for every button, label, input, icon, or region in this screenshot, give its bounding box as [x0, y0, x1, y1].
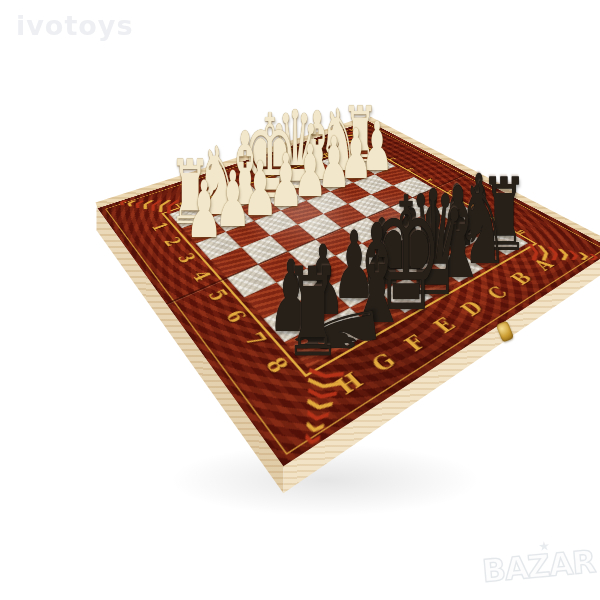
watermark-bazar: ★ BAZAR	[481, 543, 597, 589]
star-icon: ★	[538, 538, 550, 554]
watermark-ivotoys: ivotoys	[16, 10, 134, 41]
product-photo: 12345678 ABCDEFGH ABCDEFGH 12345678 ♜♞♝♛…	[0, 0, 600, 600]
corner-marker	[367, 121, 369, 122]
chess-board: 12345678 ABCDEFGH ABCDEFGH 12345678	[97, 121, 600, 467]
board-frame: 12345678 ABCDEFGH ABCDEFGH 12345678	[97, 121, 600, 467]
